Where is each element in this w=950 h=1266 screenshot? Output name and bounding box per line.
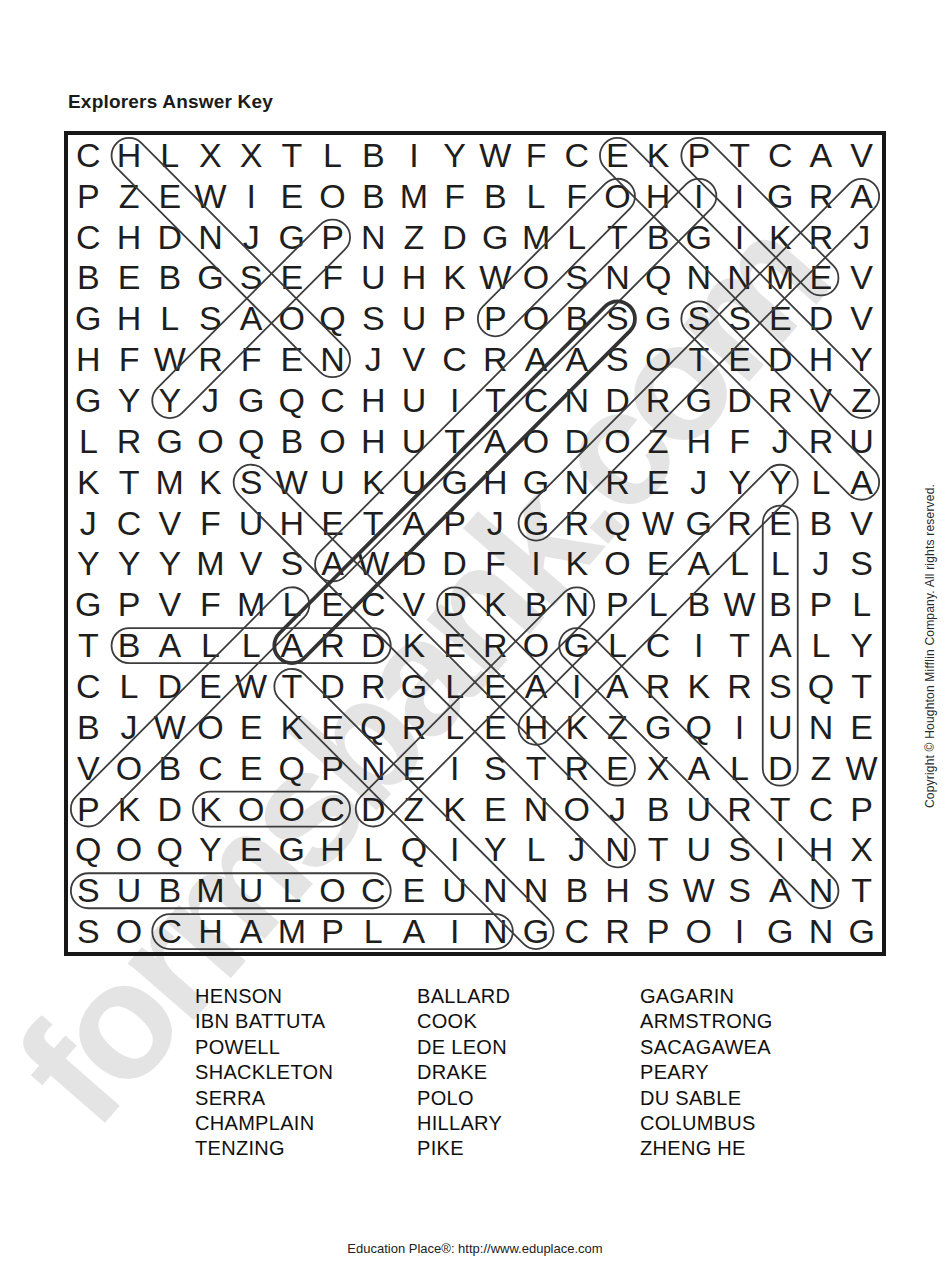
word-list-item: POLO [417,1086,510,1111]
grid-cell: A [272,625,313,666]
grid-cell: W [190,176,231,217]
grid-cell: G [760,176,801,217]
grid-cell: B [68,707,109,748]
grid-cell: D [760,339,801,380]
grid-cell: Y [760,462,801,503]
grid-cell: K [190,789,231,830]
grid-cell: W [841,748,882,789]
grid-cell: D [434,543,475,584]
grid-cell: G [556,625,597,666]
grid-cell: U [679,829,720,870]
grid-cell: L [68,421,109,462]
grid-cell: O [516,421,557,462]
grid-cell: Q [149,829,190,870]
grid-cell: O [190,421,231,462]
grid-cell: D [149,217,190,258]
grid-cell: S [679,298,720,339]
grid-cell: O [312,421,353,462]
word-list-item: PIKE [417,1136,510,1161]
grid-cell: I [719,707,760,748]
grid-cell: B [353,176,394,217]
grid-cell: U [394,380,435,421]
grid-cell: P [312,911,353,952]
grid-cell: H [109,298,150,339]
grid-cell: T [597,217,638,258]
grid-cell: Z [109,176,150,217]
grid-cell: A [841,462,882,503]
grid-cell: L [516,829,557,870]
grid-cell: L [719,543,760,584]
grid-cell: B [638,217,679,258]
grid-cell: Q [272,748,313,789]
word-list-item: PEARY [640,1060,773,1085]
grid-cell: U [394,298,435,339]
grid-cell: T [272,666,313,707]
grid-cell: P [68,176,109,217]
grid-cell: N [190,217,231,258]
grid-cell: A [475,421,516,462]
word-list-item: DRAKE [417,1060,510,1085]
word-list-column: HENSONIBN BATTUTAPOWELLSHACKLETONSERRACH… [195,984,333,1162]
grid-cell: K [272,707,313,748]
grid-cell: W [149,707,190,748]
grid-cell: S [190,298,231,339]
grid-cell: A [760,625,801,666]
grid-cell: R [801,217,842,258]
grid-cell: A [149,625,190,666]
grid-cell: S [231,258,272,299]
grid-cell: B [801,503,842,544]
grid-cell: C [68,666,109,707]
grid-cell: O [109,911,150,952]
word-list-item: HILLARY [417,1111,510,1136]
grid-cell: A [312,543,353,584]
grid-cell: K [434,789,475,830]
grid-cell: I [434,380,475,421]
grid-cell: T [434,421,475,462]
grid-cell: D [434,584,475,625]
word-list-column: GAGARINARMSTRONGSACAGAWEAPEARYDU SABLECO… [640,984,773,1162]
grid-cell: V [801,380,842,421]
grid-cell: T [841,870,882,911]
grid-cell: I [394,135,435,176]
grid-cell: L [149,135,190,176]
grid-cell: F [190,503,231,544]
grid-cell: S [597,339,638,380]
grid-cell: I [434,911,475,952]
grid-cell: S [841,543,882,584]
grid-cell: A [394,911,435,952]
grid-cell: A [801,135,842,176]
grid-cell: B [475,176,516,217]
grid-cell: K [760,217,801,258]
grid-cell: N [516,870,557,911]
word-list-item: SACAGAWEA [640,1035,773,1060]
grid-cell: G [679,380,720,421]
grid-cell: L [556,217,597,258]
grid-cell: K [475,584,516,625]
grid-cell: T [638,829,679,870]
grid-cell: Q [272,380,313,421]
grid-cell: O [272,789,313,830]
grid-cell: A [597,666,638,707]
grid-cell: L [353,911,394,952]
grid-cell: C [556,135,597,176]
grid-cell: R [719,789,760,830]
grid-cell: K [638,135,679,176]
grid-cell: F [475,543,516,584]
grid-cell: O [597,176,638,217]
grid-cell: B [353,135,394,176]
grid-cell: O [556,789,597,830]
grid-cell: V [394,339,435,380]
grid-cell: V [841,258,882,299]
grid-cell: T [719,625,760,666]
grid-cell: O [312,176,353,217]
grid-cell: H [353,380,394,421]
grid-cell: R [353,666,394,707]
grid-cell: D [556,421,597,462]
grid-cell: O [516,258,557,299]
word-list-item: COOK [417,1009,510,1034]
grid-cell: O [312,870,353,911]
grid-cell: B [68,258,109,299]
grid-cell: Y [109,543,150,584]
grid-cell: P [312,217,353,258]
grid-cell: G [760,911,801,952]
grid-cell: D [801,298,842,339]
grid-cell: P [68,789,109,830]
grid-cell: U [231,503,272,544]
grid-cell: Q [353,707,394,748]
grid-cell: Y [475,829,516,870]
grid-cell: T [353,503,394,544]
grid-cell: H [68,339,109,380]
word-list-item: GAGARIN [640,984,773,1009]
grid-cell: Y [109,380,150,421]
grid-cell: C [638,625,679,666]
grid-cell: G [68,584,109,625]
grid-cell: K [556,707,597,748]
grid-cell: G [638,707,679,748]
grid-cell: O [109,829,150,870]
word-list-item: DU SABLE [640,1086,773,1111]
grid-cell: B [556,298,597,339]
grid-cell: G [679,217,720,258]
grid-cell: C [312,380,353,421]
grid-cell: B [149,748,190,789]
grid-cell: E [719,339,760,380]
grid-cell: C [312,789,353,830]
grid-cell: Z [394,217,435,258]
grid-cell: V [231,543,272,584]
grid-cell: S [760,666,801,707]
grid-cell: L [231,625,272,666]
grid-cell: I [719,176,760,217]
grid-cell: R [109,421,150,462]
grid-cell: F [434,176,475,217]
grid-cell: L [434,707,475,748]
grid-cell: Q [638,258,679,299]
grid-cell: J [679,462,720,503]
grid-cell: I [760,829,801,870]
grid-cell: B [272,421,313,462]
grid-cell: F [556,176,597,217]
grid-cell: R [801,176,842,217]
grid-cell: E [597,748,638,789]
grid-cell: X [841,829,882,870]
grid-cell: H [679,421,720,462]
grid-cell: R [597,462,638,503]
grid-cell: D [597,380,638,421]
grid-cell: N [597,258,638,299]
grid-cell: Z [394,789,435,830]
grid-cell: E [394,870,435,911]
grid-cell: J [68,503,109,544]
grid-cell: F [516,135,557,176]
grid-cell: W [353,543,394,584]
grid-cell: H [190,911,231,952]
grid-cell: L [272,584,313,625]
grid-cell: R [719,503,760,544]
grid-cell: U [760,707,801,748]
grid-cell: I [679,625,720,666]
grid-cell: H [801,829,842,870]
grid-cell: I [719,217,760,258]
word-list-item: TENZING [195,1136,333,1161]
grid-cell: M [516,217,557,258]
grid-cell: H [801,339,842,380]
grid-cell: G [841,911,882,952]
grid-cell: H [312,829,353,870]
grid-cell: E [475,789,516,830]
grid-cell: V [841,135,882,176]
grid-cell: O [516,298,557,339]
word-list-item: CHAMPLAIN [195,1111,333,1136]
grid-cell: S [68,911,109,952]
grid-cell: R [597,911,638,952]
grid-cell: U [231,870,272,911]
grid-cell: Y [841,339,882,380]
grid-cell: M [231,584,272,625]
grid-cell: E [801,258,842,299]
grid-cell: N [801,911,842,952]
grid-cell: F [109,339,150,380]
grid-cell: O [597,421,638,462]
grid-cell: A [679,748,720,789]
grid-cell: G [638,298,679,339]
word-list-item: POWELL [195,1035,333,1060]
grid-cell: C [353,870,394,911]
grid-cell: O [638,339,679,380]
grid-cell: E [475,707,516,748]
grid-cell: P [801,584,842,625]
grid-cell: E [394,748,435,789]
grid-cell: U [394,462,435,503]
grid-cell: K [679,666,720,707]
grid-cell: O [516,625,557,666]
grid-cell: L [516,176,557,217]
grid-cell: T [760,789,801,830]
grid-cell: K [190,462,231,503]
grid-cell: Q [312,298,353,339]
grid-cell: U [353,258,394,299]
grid-cell: S [638,870,679,911]
grid-cell: N [475,911,516,952]
word-list-item: ZHENG HE [640,1136,773,1161]
grid-cell: T [68,625,109,666]
grid-cell: G [149,421,190,462]
grid-cell: Y [841,625,882,666]
grid-cell: C [556,911,597,952]
grid-cell: G [231,380,272,421]
grid-cell: F [312,258,353,299]
grid-cell: D [434,217,475,258]
grid-cell: Q [68,829,109,870]
page-title: Explorers Answer Key [68,91,273,113]
grid-cell: E [272,258,313,299]
grid-cell: L [272,870,313,911]
grid-cell: C [68,217,109,258]
grid-cell: K [353,462,394,503]
grid-cell: P [109,584,150,625]
grid-cell: G [679,503,720,544]
grid-cell: C [801,789,842,830]
grid-cell: C [760,135,801,176]
grid-cell: P [312,748,353,789]
grid-cell: C [516,380,557,421]
grid-cell: G [394,666,435,707]
grid-cell: J [597,789,638,830]
grid-cell: L [841,584,882,625]
grid-cell: A [231,298,272,339]
grid-cell: N [679,258,720,299]
grid-cell: N [556,584,597,625]
grid-cell: D [353,625,394,666]
grid-cell: N [475,870,516,911]
grid-cell: J [353,339,394,380]
grid-cell: T [475,380,516,421]
grid-cell: O [109,748,150,789]
grid-cell: Z [841,380,882,421]
grid-cell: C [353,584,394,625]
copyright-sidebar: Copyright © Houghton Mifflin Company. Al… [923,436,937,856]
grid-cell: G [516,462,557,503]
grid-cell: E [149,176,190,217]
grid-cell: L [109,666,150,707]
grid-cell: X [231,135,272,176]
grid-cell: T [841,666,882,707]
grid-cell: E [434,625,475,666]
grid-cell: D [394,543,435,584]
grid-cell: L [801,625,842,666]
grid-cell: L [801,462,842,503]
grid-cell: C [109,503,150,544]
grid-cell: E [231,748,272,789]
grid-cell: A [556,339,597,380]
grid-cell: J [231,217,272,258]
grid-cell: O [190,707,231,748]
grid-cell: T [109,462,150,503]
grid-cell: T [272,135,313,176]
grid-cell: L [434,666,475,707]
grid-cell: H [638,176,679,217]
grid-cell: D [760,748,801,789]
grid-cell: R [638,380,679,421]
grid-cell: N [597,829,638,870]
grid-cell: S [68,870,109,911]
grid-cell: E [760,503,801,544]
grid-cell: E [109,258,150,299]
grid-cell: R [475,625,516,666]
grid-cell: N [353,217,394,258]
grid-cell: M [760,258,801,299]
grid-cell: E [312,584,353,625]
grid-cell: E [597,135,638,176]
grid-cell: T [679,339,720,380]
grid-cell: W [231,666,272,707]
grid-cell: G [190,258,231,299]
grid-cell: R [801,421,842,462]
grid-cell: I [556,666,597,707]
word-list-item: IBN BATTUTA [195,1009,333,1034]
grid-cell: U [434,870,475,911]
grid-cell: E [638,462,679,503]
grid-cell: B [516,584,557,625]
grid-cell: U [109,870,150,911]
grid-cell: Q [801,666,842,707]
grid-cell: I [231,176,272,217]
grid-cell: U [679,789,720,830]
grid-cell: R [556,503,597,544]
grid-cell: H [109,217,150,258]
grid-cell: V [841,298,882,339]
word-list-item: SERRA [195,1086,333,1111]
grid-cell: K [434,258,475,299]
grid-cell: D [149,666,190,707]
grid-cell: B [638,789,679,830]
grid-cell: E [231,829,272,870]
grid-cell: W [638,503,679,544]
grid-cell: R [190,339,231,380]
grid-cell: F [231,339,272,380]
grid-cell: N [801,707,842,748]
grid-cell: K [556,543,597,584]
grid-cell: J [801,543,842,584]
grid-cell: E [312,503,353,544]
grid-cell: I [434,748,475,789]
grid-cell: P [475,298,516,339]
grid-cell: A [394,503,435,544]
grid-cell: M [190,543,231,584]
grid-cell: B [149,258,190,299]
grid-cell: L [760,543,801,584]
grid-cell: M [272,911,313,952]
grid-cell: N [353,748,394,789]
grid-cell: R [556,748,597,789]
grid-cell: R [312,625,353,666]
grid-cell: X [638,748,679,789]
grid-cell: X [190,135,231,176]
grid-cell: N [516,789,557,830]
grid-cell: I [434,829,475,870]
grid-cell: G [272,217,313,258]
grid-cell: T [719,135,760,176]
grid-cell: V [841,503,882,544]
grid-cell: G [475,217,516,258]
grid-cell: G [434,462,475,503]
grid-cell: L [149,298,190,339]
